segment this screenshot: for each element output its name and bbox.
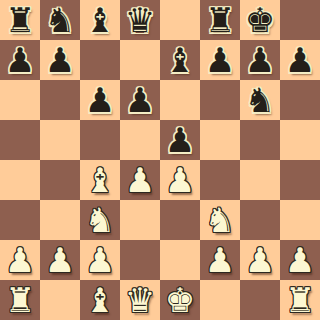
white-pawn[interactable]: ♟	[45, 240, 75, 280]
square-d1[interactable]: ♛	[120, 280, 160, 320]
square-a7[interactable]: ♟	[0, 40, 40, 80]
black-pawn[interactable]: ♟	[125, 80, 155, 120]
square-c3[interactable]: ♞	[80, 200, 120, 240]
white-pawn[interactable]: ♟	[245, 240, 275, 280]
square-h2[interactable]: ♟	[280, 240, 320, 280]
white-knight[interactable]: ♞	[85, 200, 115, 240]
black-pawn[interactable]: ♟	[85, 80, 115, 120]
square-e8[interactable]	[160, 0, 200, 40]
square-d7[interactable]	[120, 40, 160, 80]
square-b2[interactable]: ♟	[40, 240, 80, 280]
square-e6[interactable]	[160, 80, 200, 120]
square-e5[interactable]: ♟	[160, 120, 200, 160]
black-rook[interactable]: ♜	[205, 0, 235, 40]
black-bishop[interactable]: ♝	[165, 40, 195, 80]
square-g3[interactable]	[240, 200, 280, 240]
square-g7[interactable]: ♟	[240, 40, 280, 80]
square-f8[interactable]: ♜	[200, 0, 240, 40]
square-h3[interactable]	[280, 200, 320, 240]
square-a5[interactable]	[0, 120, 40, 160]
square-g2[interactable]: ♟	[240, 240, 280, 280]
square-h5[interactable]	[280, 120, 320, 160]
square-h1[interactable]: ♜	[280, 280, 320, 320]
square-b3[interactable]	[40, 200, 80, 240]
black-king[interactable]: ♚	[245, 0, 275, 40]
square-d5[interactable]	[120, 120, 160, 160]
square-e2[interactable]	[160, 240, 200, 280]
square-f5[interactable]	[200, 120, 240, 160]
square-f7[interactable]: ♟	[200, 40, 240, 80]
square-f4[interactable]	[200, 160, 240, 200]
square-f6[interactable]	[200, 80, 240, 120]
square-b6[interactable]	[40, 80, 80, 120]
white-pawn[interactable]: ♟	[165, 160, 195, 200]
square-g1[interactable]	[240, 280, 280, 320]
square-g4[interactable]	[240, 160, 280, 200]
square-a2[interactable]: ♟	[0, 240, 40, 280]
square-c4[interactable]: ♝	[80, 160, 120, 200]
square-g6[interactable]: ♞	[240, 80, 280, 120]
white-pawn[interactable]: ♟	[85, 240, 115, 280]
white-pawn[interactable]: ♟	[205, 240, 235, 280]
square-e3[interactable]	[160, 200, 200, 240]
white-rook[interactable]: ♜	[285, 280, 315, 320]
square-a3[interactable]	[0, 200, 40, 240]
square-c8[interactable]: ♝	[80, 0, 120, 40]
square-g5[interactable]	[240, 120, 280, 160]
white-king[interactable]: ♚	[165, 280, 195, 320]
white-pawn[interactable]: ♟	[125, 160, 155, 200]
square-c2[interactable]: ♟	[80, 240, 120, 280]
black-pawn[interactable]: ♟	[205, 40, 235, 80]
square-c6[interactable]: ♟	[80, 80, 120, 120]
white-bishop[interactable]: ♝	[85, 160, 115, 200]
black-pawn[interactable]: ♟	[245, 40, 275, 80]
square-b8[interactable]: ♞	[40, 0, 80, 40]
black-pawn[interactable]: ♟	[165, 120, 195, 160]
square-b5[interactable]	[40, 120, 80, 160]
white-pawn[interactable]: ♟	[285, 240, 315, 280]
square-h4[interactable]	[280, 160, 320, 200]
square-c5[interactable]	[80, 120, 120, 160]
black-pawn[interactable]: ♟	[45, 40, 75, 80]
square-b4[interactable]	[40, 160, 80, 200]
white-rook[interactable]: ♜	[5, 280, 35, 320]
white-bishop[interactable]: ♝	[85, 280, 115, 320]
square-a6[interactable]	[0, 80, 40, 120]
square-a4[interactable]	[0, 160, 40, 200]
square-e7[interactable]: ♝	[160, 40, 200, 80]
square-g8[interactable]: ♚	[240, 0, 280, 40]
square-d2[interactable]	[120, 240, 160, 280]
square-b7[interactable]: ♟	[40, 40, 80, 80]
black-pawn[interactable]: ♟	[285, 40, 315, 80]
black-queen[interactable]: ♛	[125, 0, 155, 40]
black-knight[interactable]: ♞	[245, 80, 275, 120]
square-d8[interactable]: ♛	[120, 0, 160, 40]
black-bishop[interactable]: ♝	[85, 0, 115, 40]
black-knight[interactable]: ♞	[45, 0, 75, 40]
white-knight[interactable]: ♞	[205, 200, 235, 240]
square-b1[interactable]	[40, 280, 80, 320]
square-d4[interactable]: ♟	[120, 160, 160, 200]
square-c1[interactable]: ♝	[80, 280, 120, 320]
white-pawn[interactable]: ♟	[5, 240, 35, 280]
chess-board: ♜♞♝♛♜♚♟♟♝♟♟♟♟♟♞♟♝♟♟♞♞♟♟♟♟♟♟♜♝♛♚♜	[0, 0, 320, 320]
square-a8[interactable]: ♜	[0, 0, 40, 40]
square-h6[interactable]	[280, 80, 320, 120]
square-h8[interactable]	[280, 0, 320, 40]
square-c7[interactable]	[80, 40, 120, 80]
square-a1[interactable]: ♜	[0, 280, 40, 320]
white-queen[interactable]: ♛	[125, 280, 155, 320]
square-e1[interactable]: ♚	[160, 280, 200, 320]
square-d6[interactable]: ♟	[120, 80, 160, 120]
square-f1[interactable]	[200, 280, 240, 320]
square-f2[interactable]: ♟	[200, 240, 240, 280]
square-d3[interactable]	[120, 200, 160, 240]
black-rook[interactable]: ♜	[5, 0, 35, 40]
square-e4[interactable]: ♟	[160, 160, 200, 200]
black-pawn[interactable]: ♟	[5, 40, 35, 80]
square-h7[interactable]: ♟	[280, 40, 320, 80]
square-f3[interactable]: ♞	[200, 200, 240, 240]
